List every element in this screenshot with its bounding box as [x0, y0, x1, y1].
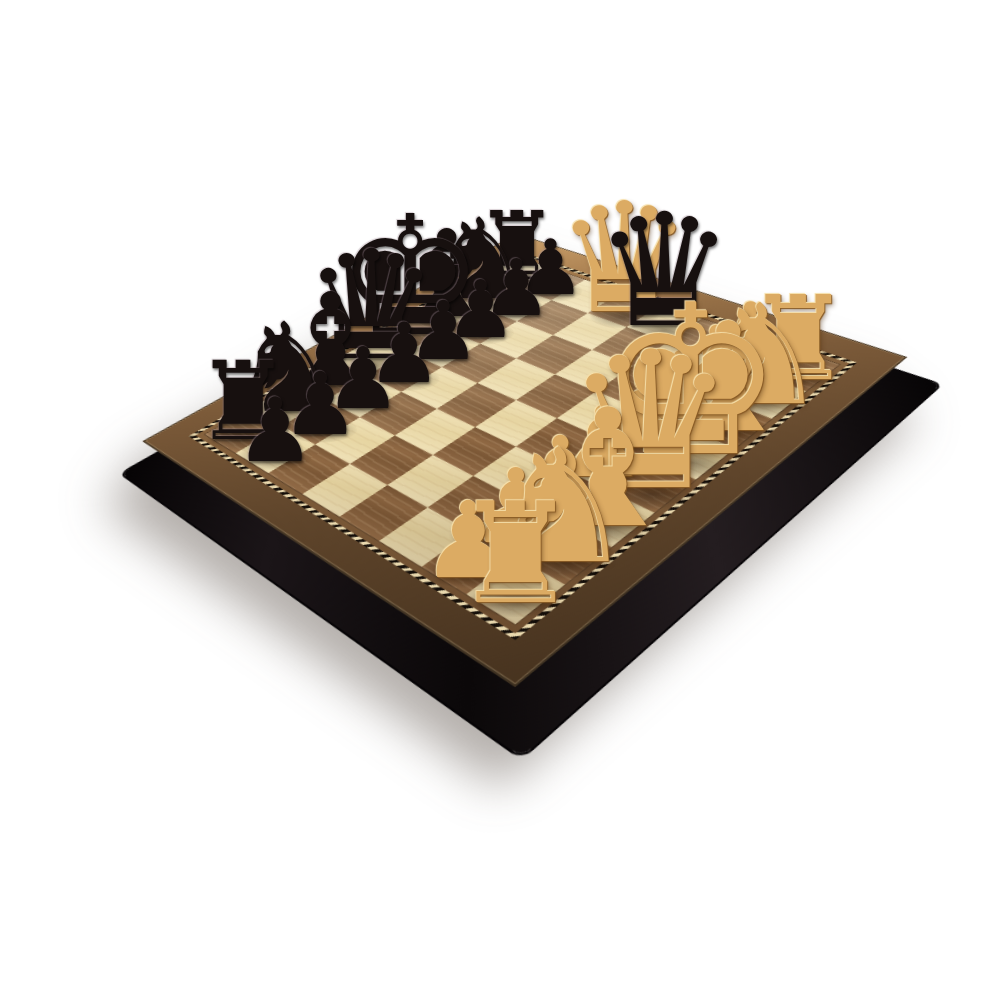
black-pawn[interactable]: ♟	[235, 389, 314, 473]
white-rook[interactable]: ♜	[453, 488, 578, 620]
product-photo: ♜♞♝♚♛♝♞♜♟♟♟♟♟♟♟♟♛♛♟♟♟♟♟♟♟♟♜♞♝♚♛♝♞♜	[0, 0, 1000, 1000]
pieces-layer: ♜♞♝♚♛♝♞♜♟♟♟♟♟♟♟♟♛♛♟♟♟♟♟♟♟♟♜♞♝♚♛♝♞♜	[0, 0, 1000, 1000]
